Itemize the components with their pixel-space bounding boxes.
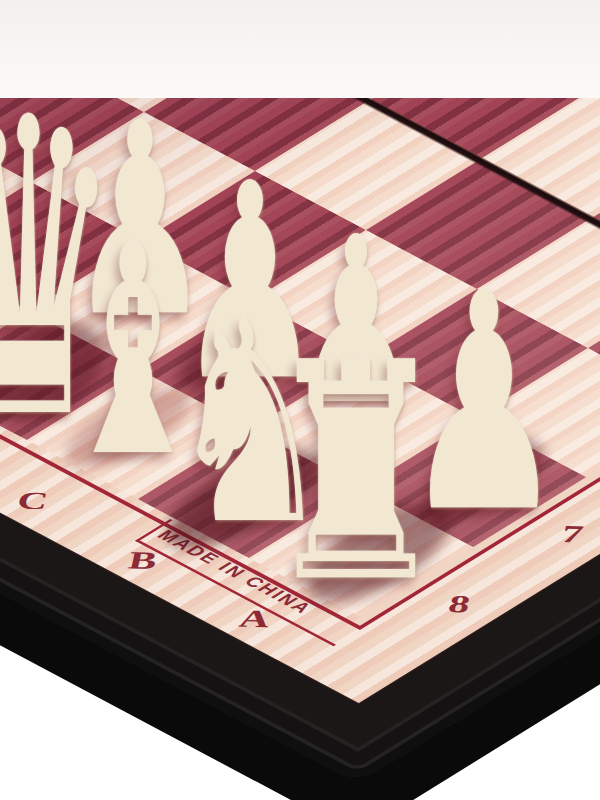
piece-white-rook-a8: ♜ [262, 324, 450, 624]
photo-crop-white-band [0, 0, 600, 98]
product-photo-scene: HGFEDCBA 87654321 MADE IN CHINA ♛♟♝♟♟♞♜♟ [0, 0, 600, 800]
